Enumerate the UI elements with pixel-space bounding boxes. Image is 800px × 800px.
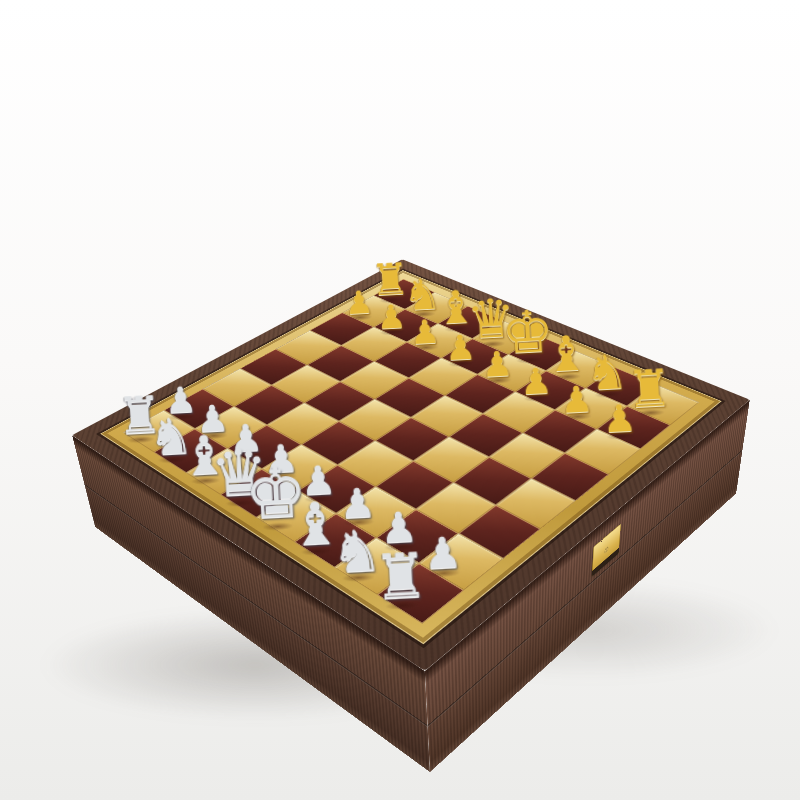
gold-pawn: ♟ [585,398,653,439]
case-top-walnut-rim: ♜♞♝♛♚♝♞♜♟♟♟♟♟♟♟♟♟♟♟♟♟♟♟♟♜♞♝♛♚♝♞♜ [72,259,750,671]
crown-emblem-icon: ♔ [604,544,610,557]
product-photo: ♜♞♝♛♚♝♞♜♟♟♟♟♟♟♟♟♟♟♟♟♟♟♟♟♜♞♝♛♚♝♞♜ ♔ [0,0,800,800]
perspective-stage: ♜♞♝♛♚♝♞♜♟♟♟♟♟♟♟♟♟♟♟♟♟♟♟♟♜♞♝♛♚♝♞♜ ♔ [0,0,800,800]
silver-rook: ♜ [359,544,440,609]
chess-case: ♜♞♝♛♚♝♞♜♟♟♟♟♟♟♟♟♟♟♟♟♟♟♟♟♜♞♝♛♚♝♞♜ ♔ [72,259,750,671]
